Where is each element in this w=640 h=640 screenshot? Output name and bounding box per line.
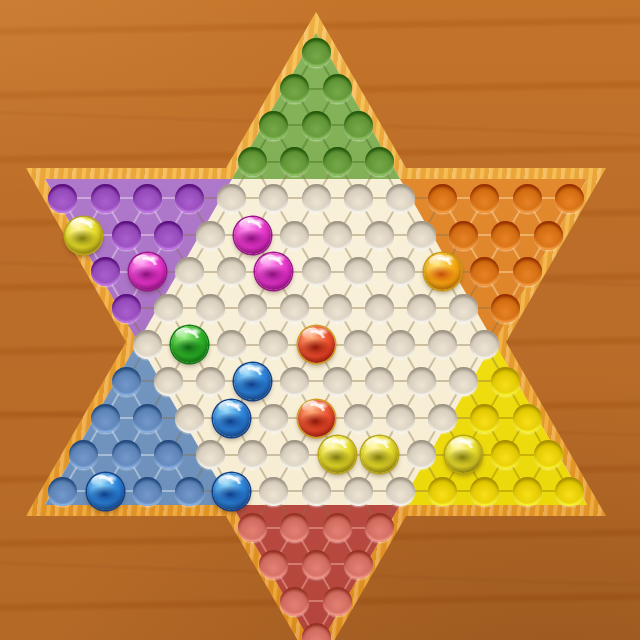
marble-orange-r7-p9[interactable] bbox=[424, 253, 461, 290]
marble-yellow-r6-p1[interactable] bbox=[65, 217, 102, 254]
marble-blue-r13-p5[interactable] bbox=[213, 473, 250, 510]
marble-red-r11-p6[interactable] bbox=[298, 400, 335, 437]
marble-magenta-r7-p2[interactable] bbox=[129, 253, 166, 290]
marble-green-r9-p2[interactable] bbox=[171, 326, 208, 363]
marble-yellow-r12-p7[interactable] bbox=[319, 436, 356, 473]
marble-blue-r13-p2[interactable] bbox=[87, 473, 124, 510]
marble-red-r9-p5[interactable] bbox=[298, 326, 335, 363]
marble-magenta-r7-p5[interactable] bbox=[255, 253, 292, 290]
marble-magenta-r6-p5[interactable] bbox=[234, 217, 271, 254]
marble-yellow-r12-p8[interactable] bbox=[361, 436, 398, 473]
marbles-layer bbox=[0, 0, 640, 640]
marble-yellow-r12-p10[interactable] bbox=[445, 436, 482, 473]
marble-blue-r10-p4[interactable] bbox=[234, 363, 271, 400]
marble-blue-r11-p4[interactable] bbox=[213, 400, 250, 437]
chinese-checkers-board bbox=[0, 0, 640, 640]
